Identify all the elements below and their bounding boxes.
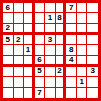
sudoku-board: 67182523186452317 <box>0 0 101 101</box>
cell-r1c1-given: 6 <box>3 3 14 13</box>
cell-r4c8[interactable] <box>77 35 88 45</box>
cell-r5c8[interactable] <box>77 45 88 55</box>
cell-r7c7[interactable] <box>66 67 77 77</box>
cell-r5c3-given: 1 <box>24 45 35 55</box>
cell-r3c2[interactable] <box>14 24 25 35</box>
cell-r1c7-given: 7 <box>66 3 77 13</box>
cell-r6c7-given: 4 <box>66 56 77 67</box>
cell-r7c9-given: 3 <box>87 67 98 77</box>
cell-r9c7[interactable] <box>66 88 77 98</box>
cell-r6c3[interactable] <box>24 56 35 67</box>
cell-r1c2[interactable] <box>14 3 25 13</box>
cell-r3c3[interactable] <box>24 24 35 35</box>
cell-r4c3[interactable] <box>24 35 35 45</box>
cell-r8c9[interactable] <box>87 77 98 87</box>
cell-r7c1[interactable] <box>3 67 14 77</box>
cell-r2c9[interactable] <box>87 13 98 23</box>
cell-r4c9[interactable] <box>87 35 98 45</box>
cell-r5c6[interactable] <box>56 45 67 55</box>
cell-r6c5[interactable] <box>45 56 56 67</box>
cell-r3c1-given: 2 <box>3 24 14 35</box>
cell-r9c6[interactable] <box>56 88 67 98</box>
cell-r7c2[interactable] <box>14 67 25 77</box>
cell-r7c8[interactable] <box>77 67 88 77</box>
cell-r3c5[interactable] <box>45 24 56 35</box>
cell-r1c3[interactable] <box>24 3 35 13</box>
cell-r2c3[interactable] <box>24 13 35 23</box>
cell-r9c9[interactable] <box>87 88 98 98</box>
cell-r5c5[interactable] <box>45 45 56 55</box>
cell-r1c4[interactable] <box>35 3 46 13</box>
cell-r8c5[interactable] <box>45 77 56 87</box>
cell-r3c6[interactable] <box>56 24 67 35</box>
cell-r2c7[interactable] <box>66 13 77 23</box>
cell-r6c8[interactable] <box>77 56 88 67</box>
cell-r7c3[interactable] <box>24 67 35 77</box>
cell-r2c2[interactable] <box>14 13 25 23</box>
cell-r2c5-given: 1 <box>45 13 56 23</box>
cell-r2c6-given: 8 <box>56 13 67 23</box>
cell-r6c2[interactable] <box>14 56 25 67</box>
cell-r3c9[interactable] <box>87 24 98 35</box>
cell-r1c9[interactable] <box>87 3 98 13</box>
cell-r8c2[interactable] <box>14 77 25 87</box>
cell-r9c3[interactable] <box>24 88 35 98</box>
cell-r3c4[interactable] <box>35 24 46 35</box>
cell-r9c4-given: 7 <box>35 88 46 98</box>
cell-r9c8[interactable] <box>77 88 88 98</box>
cell-r8c8-given: 1 <box>77 77 88 87</box>
cell-r5c9[interactable] <box>87 45 98 55</box>
cell-r6c6[interactable] <box>56 56 67 67</box>
cell-r4c2-given: 2 <box>14 35 25 45</box>
cell-r8c3[interactable] <box>24 77 35 87</box>
cell-r1c8[interactable] <box>77 3 88 13</box>
cell-r8c6[interactable] <box>56 77 67 87</box>
cell-r1c5[interactable] <box>45 3 56 13</box>
cell-r4c5-given: 3 <box>45 35 56 45</box>
cell-r9c2[interactable] <box>14 88 25 98</box>
cell-r7c6-given: 2 <box>56 67 67 77</box>
cell-r4c7[interactable] <box>66 35 77 45</box>
cell-r8c4[interactable] <box>35 77 46 87</box>
cell-r5c2[interactable] <box>14 45 25 55</box>
cell-r3c7[interactable] <box>66 24 77 35</box>
cell-r9c1[interactable] <box>3 88 14 98</box>
cell-r9c5[interactable] <box>45 88 56 98</box>
cell-r5c1[interactable] <box>3 45 14 55</box>
cell-r8c1[interactable] <box>3 77 14 87</box>
cell-r7c4-given: 5 <box>35 67 46 77</box>
cell-r8c7[interactable] <box>66 77 77 87</box>
cell-r6c4-given: 6 <box>35 56 46 67</box>
cell-r2c8[interactable] <box>77 13 88 23</box>
cell-r3c8[interactable] <box>77 24 88 35</box>
cell-r6c1[interactable] <box>3 56 14 67</box>
cell-r1c6[interactable] <box>56 3 67 13</box>
cell-r4c6[interactable] <box>56 35 67 45</box>
cell-r6c9[interactable] <box>87 56 98 67</box>
cell-r7c5[interactable] <box>45 67 56 77</box>
cell-r2c4[interactable] <box>35 13 46 23</box>
cell-r4c4[interactable] <box>35 35 46 45</box>
cell-r4c1-given: 5 <box>3 35 14 45</box>
